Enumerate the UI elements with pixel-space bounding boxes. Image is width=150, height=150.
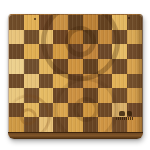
board-square-r1c7	[98, 15, 113, 30]
board-square-r5c8	[112, 74, 127, 89]
board-square-r4c9	[127, 59, 142, 74]
board-square-r3c9	[127, 44, 142, 59]
board-square-r5c4	[53, 74, 68, 89]
board-square-r8c8	[112, 117, 127, 132]
board-square-r7c9	[127, 103, 142, 118]
board-square-r6c8	[112, 88, 127, 103]
board-square-r1c5	[68, 15, 83, 30]
board-square-r5c9	[127, 74, 142, 89]
board-square-r1c4	[53, 15, 68, 30]
board-square-r6c9	[127, 88, 142, 103]
board-square-r3c8	[112, 44, 127, 59]
board-square-r6c1	[9, 88, 24, 103]
board-square-r7c6	[83, 103, 98, 118]
board-square-r5c1	[9, 74, 24, 89]
board-square-r7c3	[39, 103, 54, 118]
board-square-r4c5	[68, 59, 83, 74]
board-top	[8, 14, 143, 132]
board-square-r5c3	[39, 74, 54, 89]
board-square-r5c7	[98, 74, 113, 89]
checker-grid	[8, 14, 143, 132]
board-square-r7c8	[112, 103, 127, 118]
product-photo	[0, 0, 150, 150]
board-square-r5c5	[68, 74, 83, 89]
board-square-r8c6	[83, 117, 98, 132]
board-square-r4c4	[53, 59, 68, 74]
board-square-r8c2	[24, 117, 39, 132]
board-square-r6c5	[68, 88, 83, 103]
board-square-r1c8	[112, 15, 127, 30]
cutting-board	[8, 14, 143, 139]
board-square-r7c5	[68, 103, 83, 118]
board-square-r2c7	[98, 30, 113, 45]
board-square-r7c1	[9, 103, 24, 118]
board-square-r7c4	[53, 103, 68, 118]
board-bottom-edge	[8, 132, 143, 139]
board-square-r1c3	[39, 15, 54, 30]
board-square-r2c1	[9, 30, 24, 45]
board-square-r7c7	[98, 103, 113, 118]
board-square-r2c9	[127, 30, 142, 45]
board-square-r6c2	[24, 88, 39, 103]
board-square-r1c1	[9, 15, 24, 30]
board-square-r3c7	[98, 44, 113, 59]
board-square-r6c4	[53, 88, 68, 103]
board-square-r2c5	[68, 30, 83, 45]
board-square-r8c3	[39, 117, 54, 132]
board-square-r8c5	[68, 117, 83, 132]
board-square-r3c3	[39, 44, 54, 59]
board-square-r4c2	[24, 59, 39, 74]
board-square-r6c7	[98, 88, 113, 103]
board-square-r5c2	[24, 74, 39, 89]
board-square-r4c8	[112, 59, 127, 74]
board-square-r3c2	[24, 44, 39, 59]
board-square-r3c1	[9, 44, 24, 59]
board-square-r3c5	[68, 44, 83, 59]
board-square-r1c2	[24, 15, 39, 30]
board-square-r2c4	[53, 30, 68, 45]
board-square-r4c7	[98, 59, 113, 74]
board-square-r6c6	[83, 88, 98, 103]
board-square-r4c1	[9, 59, 24, 74]
board-square-r8c4	[53, 117, 68, 132]
board-square-r2c3	[39, 30, 54, 45]
board-square-r3c4	[53, 44, 68, 59]
board-square-r5c6	[83, 74, 98, 89]
board-square-r3c6	[83, 44, 98, 59]
board-square-r6c3	[39, 88, 54, 103]
board-square-r1c6	[83, 15, 98, 30]
board-square-r4c3	[39, 59, 54, 74]
board-square-r4c6	[83, 59, 98, 74]
board-square-r2c8	[112, 30, 127, 45]
board-square-r8c1	[9, 117, 24, 132]
board-square-r2c6	[83, 30, 98, 45]
board-square-r2c2	[24, 30, 39, 45]
board-square-r1c9	[127, 15, 142, 30]
board-square-r8c7	[98, 117, 113, 132]
board-square-r8c9	[127, 117, 142, 132]
board-square-r7c2	[24, 103, 39, 118]
